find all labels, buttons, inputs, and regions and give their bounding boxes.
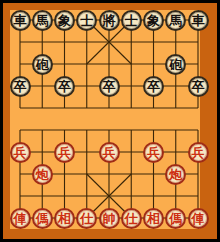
piece-red-soldier[interactable]: 兵 — [10, 142, 31, 163]
piece-black-elephant[interactable]: 象 — [54, 10, 75, 31]
piece-red-cannon[interactable]: 炮 — [165, 164, 186, 185]
piece-black-chariot[interactable]: 車 — [10, 10, 31, 31]
piece-red-soldier[interactable]: 兵 — [99, 142, 120, 163]
piece-black-general[interactable]: 將 — [99, 10, 120, 31]
xiangqi-game-window: 車馬象士將士象馬車砲砲卒卒卒卒卒兵兵兵兵兵炮炮俥傌相仕帥仕相傌俥 — [0, 0, 220, 242]
piece-red-cannon[interactable]: 炮 — [32, 164, 53, 185]
piece-black-soldier[interactable]: 卒 — [143, 76, 164, 97]
piece-black-advisor[interactable]: 士 — [76, 10, 97, 31]
board-frame: 車馬象士將士象馬車砲砲卒卒卒卒卒兵兵兵兵兵炮炮俥傌相仕帥仕相傌俥 — [3, 3, 217, 239]
piece-red-soldier[interactable]: 兵 — [188, 142, 209, 163]
piece-black-elephant[interactable]: 象 — [143, 10, 164, 31]
piece-black-horse[interactable]: 馬 — [165, 10, 186, 31]
board-grid-lines — [10, 10, 200, 229]
piece-black-horse[interactable]: 馬 — [32, 10, 53, 31]
piece-red-soldier[interactable]: 兵 — [54, 142, 75, 163]
piece-black-advisor[interactable]: 士 — [121, 10, 142, 31]
piece-black-soldier[interactable]: 卒 — [10, 76, 31, 97]
piece-black-soldier[interactable]: 卒 — [54, 76, 75, 97]
piece-red-chariot[interactable]: 俥 — [10, 208, 31, 229]
xiangqi-board[interactable]: 車馬象士將士象馬車砲砲卒卒卒卒卒兵兵兵兵兵炮炮俥傌相仕帥仕相傌俥 — [10, 10, 200, 229]
piece-black-soldier[interactable]: 卒 — [99, 76, 120, 97]
piece-red-horse[interactable]: 傌 — [32, 208, 53, 229]
piece-red-chariot[interactable]: 俥 — [188, 208, 209, 229]
piece-black-chariot[interactable]: 車 — [188, 10, 209, 31]
piece-red-general[interactable]: 帥 — [99, 208, 120, 229]
piece-red-horse[interactable]: 傌 — [165, 208, 186, 229]
piece-red-advisor[interactable]: 仕 — [76, 208, 97, 229]
piece-red-elephant[interactable]: 相 — [143, 208, 164, 229]
piece-red-advisor[interactable]: 仕 — [121, 208, 142, 229]
piece-black-soldier[interactable]: 卒 — [188, 76, 209, 97]
piece-red-soldier[interactable]: 兵 — [143, 142, 164, 163]
piece-black-cannon[interactable]: 砲 — [32, 54, 53, 75]
piece-black-cannon[interactable]: 砲 — [165, 54, 186, 75]
piece-red-elephant[interactable]: 相 — [54, 208, 75, 229]
